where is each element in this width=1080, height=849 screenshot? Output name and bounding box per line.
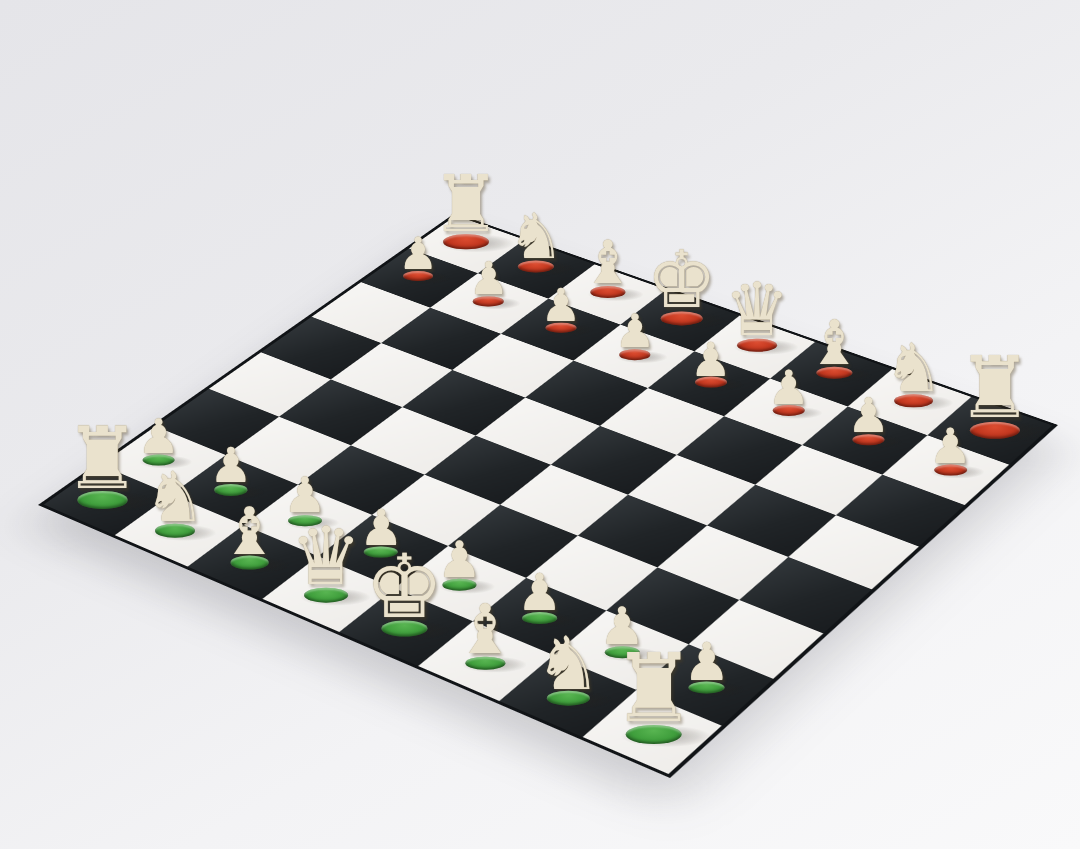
pawn-glyph: ♟ — [847, 394, 890, 440]
red-base-disc — [894, 394, 933, 407]
piece-red-knight-b8[interactable]: ♞ — [508, 206, 564, 272]
red-base-disc — [737, 339, 777, 353]
bishop-glyph: ♝ — [220, 500, 279, 562]
green-base-disc — [155, 524, 195, 538]
piece-red-queen-e8[interactable]: ♛ — [724, 275, 790, 352]
red-base-disc — [661, 311, 702, 325]
pawn-glyph: ♟ — [540, 284, 581, 327]
rook-glyph: ♜ — [64, 418, 141, 500]
pawn-glyph: ♟ — [209, 443, 252, 489]
knight-glyph: ♞ — [144, 464, 206, 530]
bishop-glyph: ♝ — [581, 235, 634, 291]
red-base-disc — [473, 296, 504, 306]
piece-red-knight-g8[interactable]: ♞ — [884, 337, 944, 408]
piece-green-bishop-f1[interactable]: ♝ — [455, 597, 516, 669]
pawn-glyph: ♟ — [517, 569, 563, 617]
piece-red-pawn-d7[interactable]: ♟ — [614, 310, 655, 360]
pawn-glyph: ♟ — [614, 310, 655, 354]
piece-green-king-e1[interactable]: ♚ — [365, 544, 444, 637]
bishop-glyph: ♝ — [807, 314, 862, 373]
piece-red-pawn-f7[interactable]: ♟ — [767, 365, 810, 416]
red-base-disc — [545, 322, 576, 333]
piece-green-rook-a1[interactable]: ♜ — [64, 418, 141, 509]
pawn-glyph: ♟ — [398, 233, 438, 275]
pawn-glyph: ♟ — [690, 337, 732, 381]
green-base-disc — [77, 491, 128, 508]
piece-red-bishop-f8[interactable]: ♝ — [807, 314, 862, 379]
green-base-disc — [547, 691, 590, 706]
pawn-glyph: ♟ — [137, 414, 180, 459]
red-base-disc — [619, 349, 651, 360]
piece-red-pawn-h7[interactable]: ♟ — [929, 423, 973, 475]
king-glyph: ♚ — [365, 544, 444, 628]
king-glyph: ♚ — [646, 243, 717, 318]
piece-green-pawn-f2[interactable]: ♟ — [517, 569, 563, 624]
piece-red-king-d8[interactable]: ♚ — [646, 243, 717, 326]
piece-red-pawn-c7[interactable]: ♟ — [540, 284, 581, 333]
queen-glyph: ♛ — [724, 275, 790, 345]
piece-red-pawn-g7[interactable]: ♟ — [847, 394, 890, 446]
green-base-disc — [626, 725, 682, 744]
green-base-disc — [465, 656, 505, 670]
piece-red-pawn-e7[interactable]: ♟ — [690, 337, 732, 387]
knight-glyph: ♞ — [508, 206, 564, 266]
piece-red-rook-a8[interactable]: ♜ — [431, 167, 501, 250]
photo-stage: ♜♞♝♚♛♝♞♜♟♟♟♟♟♟♟♟♟♟♟♟♟♟♟♟♜♞♝♛♚♝♞♜ — [0, 0, 1080, 849]
piece-green-queen-d1[interactable]: ♛ — [290, 518, 362, 602]
piece-green-pawn-b2[interactable]: ♟ — [209, 443, 252, 495]
pawn-glyph: ♟ — [767, 365, 810, 410]
piece-green-bishop-c1[interactable]: ♝ — [220, 500, 279, 569]
piece-green-knight-g1[interactable]: ♞ — [535, 627, 601, 705]
green-base-disc — [381, 621, 427, 637]
red-base-disc — [403, 271, 433, 281]
red-base-disc — [591, 286, 626, 298]
piece-red-pawn-b7[interactable]: ♟ — [468, 258, 508, 307]
piece-green-rook-h1[interactable]: ♜ — [611, 644, 696, 744]
red-base-disc — [852, 434, 885, 445]
piece-red-bishop-c8[interactable]: ♝ — [581, 235, 634, 298]
bishop-glyph: ♝ — [455, 597, 516, 662]
pawn-glyph: ♟ — [468, 258, 508, 301]
rook-glyph: ♜ — [431, 167, 501, 241]
piece-green-knight-b1[interactable]: ♞ — [144, 464, 206, 537]
pawn-glyph: ♟ — [929, 423, 973, 469]
queen-glyph: ♛ — [290, 518, 362, 594]
rook-glyph: ♜ — [611, 644, 696, 734]
green-base-disc — [304, 588, 348, 603]
red-base-disc — [443, 234, 489, 250]
knight-glyph: ♞ — [535, 627, 601, 697]
knight-glyph: ♞ — [884, 337, 944, 400]
piece-red-pawn-a7[interactable]: ♟ — [398, 233, 438, 281]
